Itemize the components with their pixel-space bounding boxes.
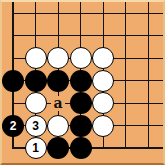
black-stone: [47, 137, 69, 159]
white-stone: [70, 47, 92, 69]
white-stone: [47, 115, 69, 137]
white-stone: [92, 92, 114, 114]
black-stone: [70, 137, 92, 159]
black-stone: [70, 115, 92, 137]
white-stone: [92, 70, 114, 92]
black-stone-move-2: 2: [2, 115, 24, 137]
point-label-a: a: [51, 96, 65, 111]
black-stone: [70, 92, 92, 114]
white-stone: [92, 115, 114, 137]
black-stone: [2, 70, 24, 92]
white-stone-move-3: 3: [25, 115, 47, 137]
go-board-diagram: 231a: [0, 0, 165, 165]
black-stone: [47, 70, 69, 92]
board-vertical-line: [148, 2, 149, 149]
white-stone: [47, 47, 69, 69]
board-horizontal-line: [12, 35, 163, 36]
board-vertical-line: [125, 2, 126, 149]
white-stone: [92, 47, 114, 69]
black-stone: [25, 70, 47, 92]
white-stone: [25, 47, 47, 69]
white-stone: [25, 92, 47, 114]
black-stone: [70, 70, 92, 92]
white-stone-move-1: 1: [25, 137, 47, 159]
board-horizontal-line: [12, 13, 163, 14]
